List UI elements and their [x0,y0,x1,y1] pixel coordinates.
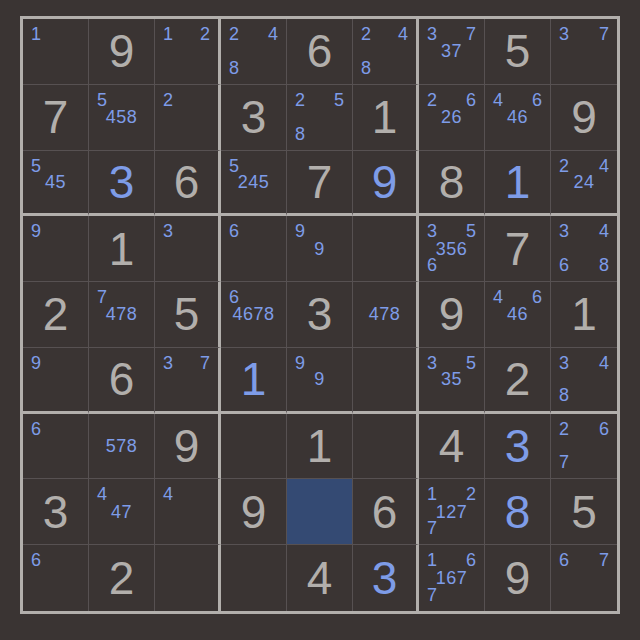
given-digit: 7 [23,85,88,150]
corner-mark: 8 [295,125,305,143]
cell-r7c5[interactable]: 1 [287,414,353,480]
corner-mark: 6 [229,222,239,240]
given-digit: 9 [155,414,218,479]
cell-r3c1[interactable]: 545 [23,151,89,217]
cell-r6c4[interactable]: 1 [221,348,287,414]
given-digit: 9 [419,282,484,347]
cell-r6c6[interactable] [353,348,419,414]
given-digit: 6 [353,479,416,544]
cell-r8c7[interactable]: 127127 [419,479,485,545]
cell-r3c7[interactable]: 8 [419,151,485,217]
cell-r8c2[interactable]: 447 [89,479,155,545]
app-background: { "game": "sudoku", "position": ".9..6..… [0,0,640,640]
corner-mark: 3 [163,354,173,372]
corner-mark: 9 [31,222,41,240]
given-digit: 1 [551,282,617,347]
given-digit: 5 [155,282,218,347]
corner-mark: 6 [559,256,569,274]
center-mark: 127 [436,503,468,521]
cell-r2c4[interactable]: 3 [221,85,287,151]
corner-mark: 6 [532,288,542,306]
corner-mark: 9 [295,222,305,240]
cell-r7c6[interactable] [353,414,419,480]
corner-mark: 8 [229,59,239,77]
cell-r2c6[interactable]: 1 [353,85,419,151]
cell-r3c9[interactable]: 2424 [551,151,617,217]
corner-mark: 6 [466,91,476,109]
cell-r5c8[interactable]: 4646 [485,282,551,348]
corner-mark: 2 [295,91,305,109]
corner-mark: 1 [427,551,437,569]
corner-mark: 8 [559,386,569,404]
center-mark: 478 [106,305,138,323]
corner-mark: 4 [268,25,278,43]
cell-r1c9[interactable]: 37 [551,19,617,85]
cell-r8c3[interactable]: 4 [155,479,221,545]
cell-r7c4[interactable] [221,414,287,480]
given-digit: 9 [221,479,286,544]
corner-mark: 9 [295,354,305,372]
given-digit: 4 [419,414,484,479]
corner-mark: 2 [559,420,569,438]
cell-r9c9[interactable]: 67 [551,545,617,611]
cell-r6c2[interactable]: 6 [89,348,155,414]
cell-r1c6[interactable]: 248 [353,19,419,85]
cell-r4c4[interactable]: 6 [221,216,287,282]
center-mark: 45 [45,173,66,191]
solved-digit: 9 [353,151,416,214]
center-mark: 478 [369,305,401,323]
cell-r1c5[interactable]: 6 [287,19,353,85]
corner-mark: 5 [31,157,41,175]
corner-mark: 2 [229,25,239,43]
cell-r2c1[interactable]: 7 [23,85,89,151]
center-mark: 37 [441,42,462,60]
given-digit: 9 [485,545,550,611]
corner-mark: 5 [466,354,476,372]
corner-mark: 3 [559,222,569,240]
corner-mark: 7 [599,551,609,569]
corner-mark: 4 [163,485,173,503]
cell-r6c5[interactable]: 99 [287,348,353,414]
cell-r4c6[interactable] [353,216,419,282]
cell-r9c4[interactable] [221,545,287,611]
corner-mark: 5 [334,91,344,109]
corner-mark: 4 [599,222,609,240]
given-digit: 9 [89,19,154,84]
given-digit: 6 [287,19,352,84]
cell-r6c7[interactable]: 3535 [419,348,485,414]
cell-r3c4[interactable]: 5245 [221,151,287,217]
cell-r8c4[interactable]: 9 [221,479,287,545]
cell-r3c2[interactable]: 3 [89,151,155,217]
corner-mark: 4 [599,157,609,175]
given-digit: 6 [89,348,154,411]
corner-mark: 3 [427,222,437,240]
cell-r6c3[interactable]: 37 [155,348,221,414]
corner-mark: 2 [200,25,210,43]
corner-mark: 6 [599,420,609,438]
corner-mark: 2 [466,485,476,503]
given-digit: 4 [287,545,352,611]
cell-r9c5[interactable]: 4 [287,545,353,611]
corner-mark: 7 [466,25,476,43]
cell-r9c2[interactable]: 2 [89,545,155,611]
given-digit: 5 [551,479,617,544]
given-digit: 7 [287,151,352,214]
corner-mark: 7 [427,519,437,537]
cell-r2c8[interactable]: 4646 [485,85,551,151]
corner-mark: 1 [163,25,173,43]
given-digit: 2 [23,282,88,347]
given-digit: 1 [287,414,352,479]
corner-mark: 6 [466,551,476,569]
given-digit: 3 [23,479,88,544]
cell-r8c1[interactable]: 3 [23,479,89,545]
cell-r6c9[interactable]: 348 [551,348,617,414]
center-mark: 578 [106,437,138,455]
center-mark: 9 [314,370,325,388]
cell-r8c9[interactable]: 5 [551,479,617,545]
given-digit: 1 [89,216,154,281]
center-mark: 167 [436,569,468,587]
corner-mark: 9 [31,354,41,372]
corner-mark: 4 [493,288,503,306]
corner-mark: 3 [163,222,173,240]
cell-r7c8[interactable]: 3 [485,414,551,480]
corner-mark: 7 [427,586,437,604]
corner-mark: 5 [97,91,107,109]
cell-r1c3[interactable]: 12 [155,19,221,85]
given-digit: 5 [485,19,550,84]
center-mark: 245 [238,173,270,191]
cell-r8c8[interactable]: 8 [485,479,551,545]
corner-mark: 4 [398,25,408,43]
cell-r9c6[interactable]: 3 [353,545,419,611]
center-mark: 24 [573,173,594,191]
cell-r1c8[interactable]: 5 [485,19,551,85]
cell-r8c5[interactable] [287,479,353,545]
cell-r7c1[interactable]: 6 [23,414,89,480]
cell-r9c3[interactable] [155,545,221,611]
center-mark: 46 [507,305,528,323]
cell-r4c5[interactable]: 99 [287,216,353,282]
cell-r7c7[interactable]: 4 [419,414,485,480]
center-mark: 9 [314,240,325,258]
cell-r5c3[interactable]: 5 [155,282,221,348]
cell-r4c1[interactable]: 9 [23,216,89,282]
sudoku-board: 1912248624837375377545823258126264646954… [20,16,620,614]
cell-r4c8[interactable]: 7 [485,216,551,282]
corner-mark: 8 [599,256,609,274]
corner-mark: 3 [427,25,437,43]
corner-mark: 6 [532,91,542,109]
cell-r9c1[interactable]: 6 [23,545,89,611]
center-mark: 46 [507,108,528,126]
cell-r4c3[interactable]: 3 [155,216,221,282]
given-digit: 9 [551,85,617,150]
cell-r4c2[interactable]: 1 [89,216,155,282]
cell-r5c6[interactable]: 478 [353,282,419,348]
cell-r8c6[interactable]: 6 [353,479,419,545]
cell-r3c3[interactable]: 6 [155,151,221,217]
cell-r9c7[interactable]: 167167 [419,545,485,611]
center-mark: 35 [441,370,462,388]
cell-r1c2[interactable]: 9 [89,19,155,85]
cell-r2c9[interactable]: 9 [551,85,617,151]
given-digit: 2 [485,348,550,411]
center-mark: 47 [111,503,132,521]
corner-mark: 2 [427,91,437,109]
cell-r2c7[interactable]: 2626 [419,85,485,151]
cell-r3c6[interactable]: 9 [353,151,419,217]
cell-r7c3[interactable]: 9 [155,414,221,480]
corner-mark: 6 [229,288,239,306]
given-digit: 3 [287,282,352,347]
corner-mark: 2 [163,91,173,109]
solved-digit: 1 [485,151,550,214]
given-digit: 3 [221,85,286,150]
cell-r2c2[interactable]: 5458 [89,85,155,151]
corner-mark: 6 [31,420,41,438]
center-mark: 4678 [232,305,274,323]
cell-r1c1[interactable]: 1 [23,19,89,85]
solved-digit: 3 [353,545,416,611]
cell-r5c7[interactable]: 9 [419,282,485,348]
center-mark: 26 [441,108,462,126]
cell-r2c5[interactable]: 258 [287,85,353,151]
given-digit: 1 [353,85,416,150]
solved-digit: 3 [485,414,550,479]
cell-r5c4[interactable]: 64678 [221,282,287,348]
solved-digit: 1 [221,348,286,411]
given-digit: 8 [419,151,484,214]
cell-r5c2[interactable]: 7478 [89,282,155,348]
corner-mark: 6 [559,551,569,569]
cell-r5c9[interactable]: 1 [551,282,617,348]
corner-mark: 7 [97,288,107,306]
corner-mark: 8 [361,59,371,77]
corner-mark: 5 [466,222,476,240]
center-mark: 458 [106,108,138,126]
corner-mark: 7 [200,354,210,372]
corner-mark: 6 [427,256,437,274]
solved-digit: 8 [485,479,550,544]
given-digit: 7 [485,216,550,281]
given-digit: 6 [155,151,218,214]
cell-r7c2[interactable]: 578 [89,414,155,480]
cell-r3c8[interactable]: 1 [485,151,551,217]
cell-r7c9[interactable]: 267 [551,414,617,480]
cell-r1c7[interactable]: 3737 [419,19,485,85]
cell-r6c8[interactable]: 2 [485,348,551,414]
cell-r3c5[interactable]: 7 [287,151,353,217]
corner-mark: 1 [427,485,437,503]
center-mark: 356 [436,240,468,258]
cell-r5c5[interactable]: 3 [287,282,353,348]
corner-mark: 1 [31,25,41,43]
cell-r2c3[interactable]: 2 [155,85,221,151]
given-digit: 2 [89,545,154,611]
corner-mark: 6 [31,551,41,569]
corner-mark: 4 [599,354,609,372]
corner-mark: 3 [427,354,437,372]
cell-r1c4[interactable]: 248 [221,19,287,85]
cell-r4c7[interactable]: 356356 [419,216,485,282]
corner-mark: 4 [97,485,107,503]
corner-mark: 7 [559,453,569,471]
corner-mark: 3 [559,25,569,43]
corner-mark: 2 [559,157,569,175]
corner-mark: 7 [599,25,609,43]
corner-mark: 3 [559,354,569,372]
corner-mark: 4 [493,91,503,109]
cell-r6c1[interactable]: 9 [23,348,89,414]
solved-digit: 3 [89,151,154,214]
corner-mark: 2 [361,25,371,43]
cell-r9c8[interactable]: 9 [485,545,551,611]
cell-r4c9[interactable]: 3468 [551,216,617,282]
cell-r5c1[interactable]: 2 [23,282,89,348]
